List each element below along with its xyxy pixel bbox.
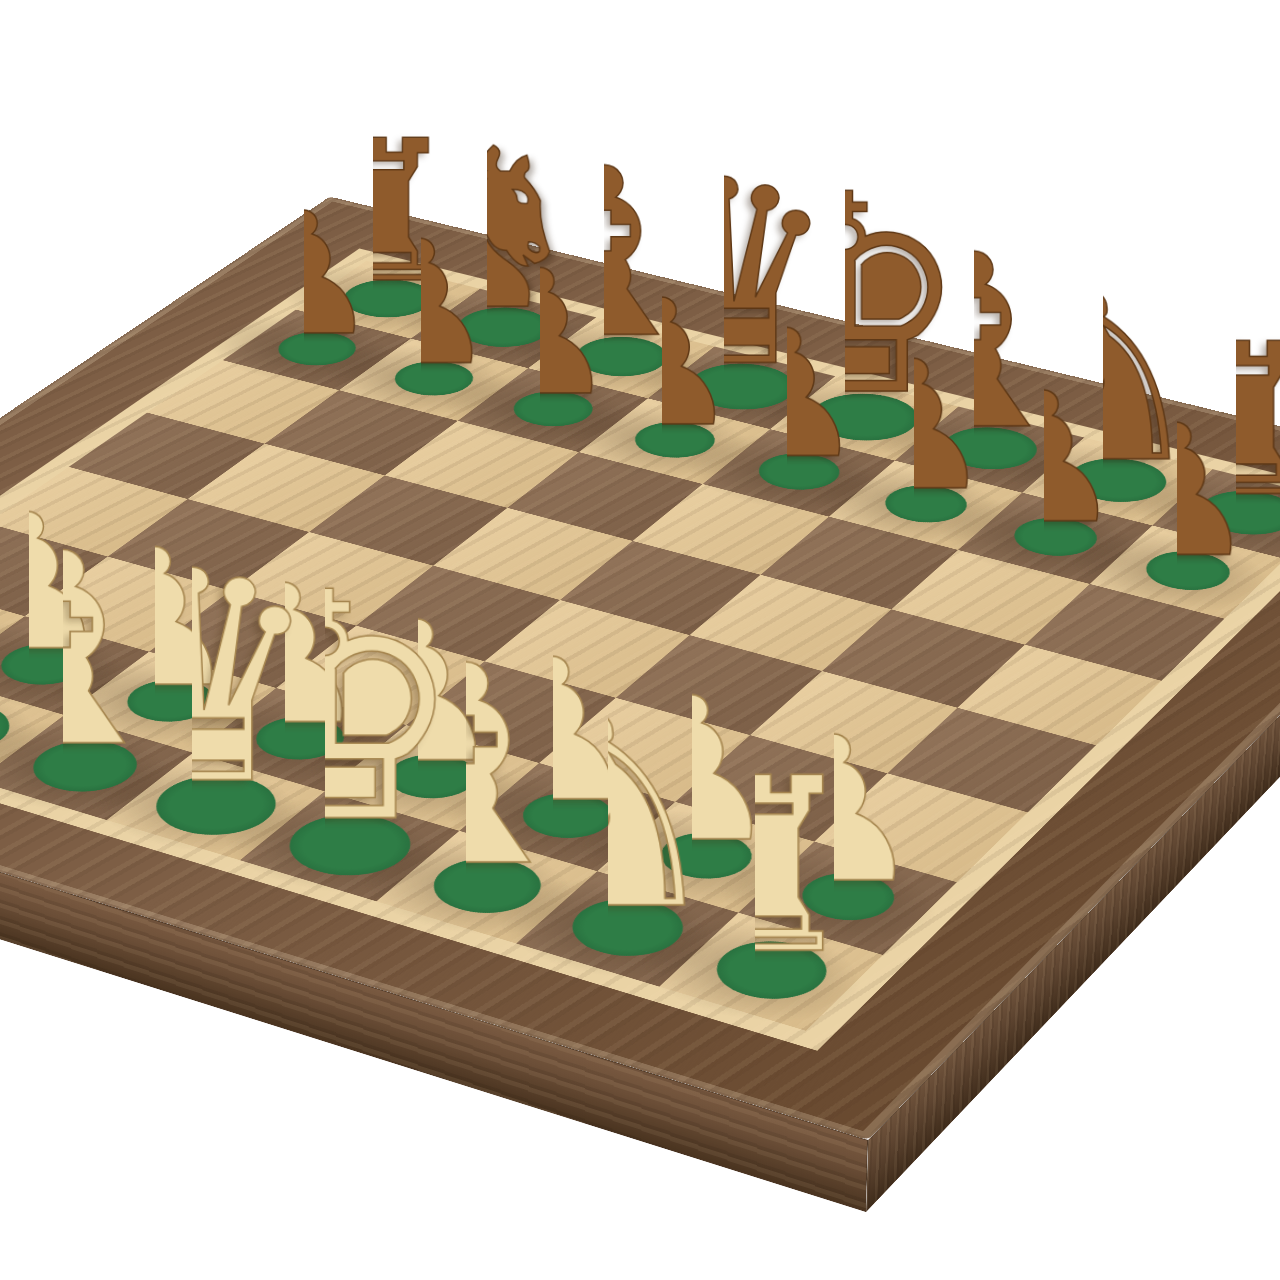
white-rook-glyph: ♜ — [646, 746, 862, 987]
chess-board: ♜♞♝♛♚♝♞♜♟♟♟♟♟♟♟♟♟♟♟♟♟♟♟♟♜♞♝♛♚♝♞♜ — [0, 197, 1280, 1140]
scene: ♜♞♝♛♚♝♞♜♟♟♟♟♟♟♟♟♟♟♟♟♟♟♟♟♜♞♝♛♚♝♞♜ — [0, 0, 1280, 1280]
chess-set-photo: ♜♞♝♛♚♝♞♜♟♟♟♟♟♟♟♟♟♟♟♟♟♟♟♟♜♞♝♛♚♝♞♜ — [0, 0, 1280, 1280]
